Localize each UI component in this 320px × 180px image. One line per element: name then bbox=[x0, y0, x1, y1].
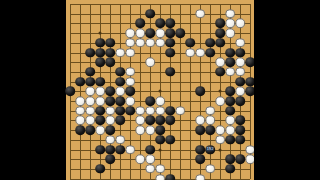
go-stone-black[interactable] bbox=[95, 116, 105, 126]
go-board[interactable]: 152 bbox=[66, 0, 254, 180]
go-stone-black[interactable] bbox=[85, 48, 95, 58]
go-stone-black[interactable] bbox=[215, 67, 225, 77]
go-stone-black[interactable] bbox=[225, 87, 235, 97]
go-stone-black[interactable] bbox=[165, 135, 175, 145]
go-stone-white[interactable] bbox=[235, 19, 245, 29]
go-stone-white[interactable] bbox=[135, 154, 145, 164]
go-stone-black[interactable] bbox=[165, 28, 175, 38]
go-stone-white[interactable] bbox=[75, 106, 85, 116]
go-stone-black[interactable] bbox=[175, 28, 185, 38]
go-stone-white[interactable] bbox=[145, 164, 155, 174]
go-stone-white[interactable] bbox=[125, 145, 135, 155]
go-stone-black[interactable] bbox=[195, 87, 205, 97]
go-stone-black[interactable] bbox=[165, 19, 175, 29]
go-stone-black[interactable] bbox=[195, 125, 205, 135]
go-stone-black[interactable] bbox=[145, 96, 155, 106]
go-stone-black[interactable] bbox=[145, 145, 155, 155]
go-stone-white[interactable] bbox=[225, 67, 235, 77]
go-stone-white[interactable] bbox=[135, 125, 145, 135]
go-stone-black[interactable] bbox=[115, 96, 125, 106]
last-move-number: 152 bbox=[206, 148, 214, 152]
go-stone-black[interactable] bbox=[155, 135, 165, 145]
go-stone-white[interactable] bbox=[155, 174, 165, 180]
go-stone-black[interactable] bbox=[105, 125, 115, 135]
go-stone-black[interactable] bbox=[185, 38, 195, 48]
go-stone-white[interactable] bbox=[135, 38, 145, 48]
go-stone-white[interactable] bbox=[205, 164, 215, 174]
go-stone-white[interactable] bbox=[95, 96, 105, 106]
go-stone-black[interactable] bbox=[145, 28, 155, 38]
go-stone-black[interactable] bbox=[95, 77, 105, 87]
go-stone-white[interactable] bbox=[205, 116, 215, 126]
go-stone-black[interactable] bbox=[225, 57, 235, 67]
go-stone-black[interactable] bbox=[105, 145, 115, 155]
go-stone-white[interactable] bbox=[195, 116, 205, 126]
go-stone-black[interactable] bbox=[235, 96, 245, 106]
go-stone-black[interactable] bbox=[145, 9, 155, 19]
go-stone-black[interactable] bbox=[195, 154, 205, 164]
go-stone-black[interactable] bbox=[125, 87, 135, 97]
go-stone-black[interactable] bbox=[115, 67, 125, 77]
go-stone-white[interactable] bbox=[105, 116, 115, 126]
go-stone-white[interactable] bbox=[155, 28, 165, 38]
go-stone-black[interactable] bbox=[105, 48, 115, 58]
go-stone-white[interactable] bbox=[125, 96, 135, 106]
go-stone-black[interactable] bbox=[115, 77, 125, 87]
go-stone-black[interactable] bbox=[225, 106, 235, 116]
go-stone-white[interactable] bbox=[155, 106, 165, 116]
go-stone-black[interactable] bbox=[105, 87, 115, 97]
go-stone-white[interactable] bbox=[235, 57, 245, 67]
go-stone-white[interactable] bbox=[155, 38, 165, 48]
go-stone-black[interactable] bbox=[115, 106, 125, 116]
go-stone-white[interactable] bbox=[75, 96, 85, 106]
go-stone-black[interactable] bbox=[165, 67, 175, 77]
go-stone-black[interactable] bbox=[115, 116, 125, 126]
go-stone-white[interactable] bbox=[195, 174, 205, 180]
go-stone-black[interactable]: 152 bbox=[205, 145, 215, 155]
star-point bbox=[159, 90, 162, 93]
go-stone-white[interactable] bbox=[145, 154, 155, 164]
go-stone-black[interactable] bbox=[145, 116, 155, 126]
go-stone-black[interactable] bbox=[105, 57, 115, 67]
go-stone-black[interactable] bbox=[105, 96, 115, 106]
grid-line bbox=[70, 159, 250, 160]
go-stone-black[interactable] bbox=[85, 67, 95, 77]
go-stone-black[interactable] bbox=[215, 28, 225, 38]
star-point bbox=[219, 148, 222, 151]
go-stone-black[interactable] bbox=[165, 48, 175, 58]
go-stone-black[interactable] bbox=[75, 77, 85, 87]
go-stone-white[interactable] bbox=[85, 96, 95, 106]
go-stone-white[interactable] bbox=[95, 125, 105, 135]
go-stone-black[interactable] bbox=[165, 116, 175, 126]
go-stone-white[interactable] bbox=[85, 116, 95, 126]
go-stone-white[interactable] bbox=[155, 164, 165, 174]
go-stone-black[interactable] bbox=[85, 77, 95, 87]
go-stone-white[interactable] bbox=[105, 135, 115, 145]
go-stone-white[interactable] bbox=[145, 38, 155, 48]
go-stone-black[interactable] bbox=[95, 106, 105, 116]
go-stone-white[interactable] bbox=[145, 125, 155, 135]
go-stone-black[interactable] bbox=[225, 48, 235, 58]
star-point bbox=[219, 90, 222, 93]
letterbox-right bbox=[254, 0, 320, 180]
go-stone-white[interactable] bbox=[135, 106, 145, 116]
go-stone-black[interactable] bbox=[235, 154, 245, 164]
go-stone-white[interactable] bbox=[225, 116, 235, 126]
go-stone-white[interactable] bbox=[185, 48, 195, 58]
go-stone-black[interactable] bbox=[115, 145, 125, 155]
go-stone-black[interactable] bbox=[155, 19, 165, 29]
go-stone-black[interactable] bbox=[215, 19, 225, 29]
go-stone-white[interactable] bbox=[145, 57, 155, 67]
go-stone-white[interactable] bbox=[115, 135, 125, 145]
go-stone-black[interactable] bbox=[225, 135, 235, 145]
go-stone-white[interactable] bbox=[125, 48, 135, 58]
go-stone-black[interactable] bbox=[235, 48, 245, 58]
go-stone-black[interactable] bbox=[205, 125, 215, 135]
go-stone-white[interactable] bbox=[225, 9, 235, 19]
go-stone-black[interactable] bbox=[95, 57, 105, 67]
go-stone-black[interactable] bbox=[95, 38, 105, 48]
go-stone-black[interactable] bbox=[75, 125, 85, 135]
go-stone-white[interactable] bbox=[195, 9, 205, 19]
letterbox-left bbox=[0, 0, 66, 180]
go-stone-black[interactable] bbox=[105, 154, 115, 164]
go-stone-white[interactable] bbox=[215, 57, 225, 67]
go-stone-black[interactable] bbox=[65, 87, 75, 97]
go-stone-white[interactable] bbox=[115, 48, 125, 58]
go-stone-white[interactable] bbox=[225, 19, 235, 29]
go-stone-white[interactable] bbox=[95, 87, 105, 97]
go-stone-white[interactable] bbox=[145, 106, 155, 116]
go-stone-black[interactable] bbox=[225, 164, 235, 174]
go-stone-white[interactable] bbox=[155, 96, 165, 106]
go-stone-black[interactable] bbox=[235, 116, 245, 126]
go-stone-white[interactable] bbox=[215, 96, 225, 106]
star-point bbox=[99, 32, 102, 35]
go-stone-black[interactable] bbox=[135, 19, 145, 29]
go-stone-white[interactable] bbox=[105, 106, 115, 116]
go-stone-white[interactable] bbox=[85, 106, 95, 116]
go-stone-black[interactable] bbox=[205, 48, 215, 58]
go-stone-black[interactable] bbox=[195, 145, 205, 155]
go-stone-black[interactable] bbox=[165, 38, 175, 48]
go-stone-black[interactable] bbox=[235, 77, 245, 87]
go-stone-white[interactable] bbox=[225, 28, 235, 38]
go-stone-white[interactable] bbox=[125, 67, 135, 77]
go-stone-white[interactable] bbox=[215, 125, 225, 135]
go-stone-black[interactable] bbox=[95, 145, 105, 155]
go-stone-white[interactable] bbox=[235, 67, 245, 77]
go-stone-black[interactable] bbox=[235, 125, 245, 135]
go-game-screenshot: 152 bbox=[0, 0, 320, 180]
go-stone-black[interactable] bbox=[155, 125, 165, 135]
go-stone-black[interactable] bbox=[165, 106, 175, 116]
go-stone-black[interactable] bbox=[125, 106, 135, 116]
star-point bbox=[159, 148, 162, 151]
go-stone-white[interactable] bbox=[235, 38, 245, 48]
go-stone-black[interactable] bbox=[225, 96, 235, 106]
go-stone-black[interactable] bbox=[235, 135, 245, 145]
go-stone-white[interactable] bbox=[125, 77, 135, 87]
go-stone-black[interactable] bbox=[155, 116, 165, 126]
go-stone-white[interactable] bbox=[195, 48, 205, 58]
go-stone-black[interactable] bbox=[95, 164, 105, 174]
go-stone-black[interactable] bbox=[105, 38, 115, 48]
go-stone-white[interactable] bbox=[125, 28, 135, 38]
go-stone-black[interactable] bbox=[85, 125, 95, 135]
go-stone-black[interactable] bbox=[225, 154, 235, 164]
go-stone-white[interactable] bbox=[115, 87, 125, 97]
go-stone-black[interactable] bbox=[165, 174, 175, 180]
go-stone-white[interactable] bbox=[135, 116, 145, 126]
go-stone-white[interactable] bbox=[215, 135, 225, 145]
go-stone-white[interactable] bbox=[135, 28, 145, 38]
go-stone-white[interactable] bbox=[75, 116, 85, 126]
go-stone-black[interactable] bbox=[95, 48, 105, 58]
go-stone-white[interactable] bbox=[125, 38, 135, 48]
go-stone-white[interactable] bbox=[225, 125, 235, 135]
go-stone-black[interactable] bbox=[215, 38, 225, 48]
grid-line bbox=[190, 4, 191, 179]
go-stone-white[interactable] bbox=[235, 87, 245, 97]
go-stone-black[interactable] bbox=[205, 38, 215, 48]
go-stone-white[interactable] bbox=[85, 87, 95, 97]
go-stone-white[interactable] bbox=[205, 106, 215, 116]
go-stone-white[interactable] bbox=[175, 106, 185, 116]
